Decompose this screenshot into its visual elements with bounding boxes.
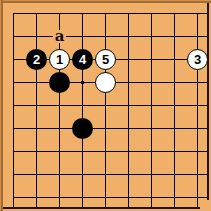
grid-line-vertical (82, 13, 83, 208)
grid-line-horizontal (13, 128, 208, 129)
board-frame-left (0, 0, 3, 211)
grid-line-horizontal (13, 174, 208, 175)
grid-line-vertical (36, 13, 37, 208)
black-stone[interactable] (72, 118, 93, 139)
grid-line-horizontal (13, 105, 208, 106)
hoshi-point (81, 81, 84, 84)
white-stone[interactable]: 5 (95, 49, 116, 70)
white-stone[interactable]: 1 (49, 49, 70, 70)
white-stone[interactable] (95, 72, 116, 93)
grid-line-horizontal (13, 13, 208, 14)
grid-line-horizontal (13, 151, 208, 152)
cut-edge-shadow-bottom (3, 207, 200, 209)
grid-line-vertical (174, 13, 175, 208)
move-number-label: 3 (194, 52, 201, 67)
white-stone[interactable]: 3 (187, 49, 208, 70)
go-board-diagram: a21453 (0, 0, 211, 211)
black-stone[interactable] (49, 72, 70, 93)
move-number-label: 1 (56, 52, 63, 67)
grid-line-vertical (105, 13, 106, 208)
move-number-label: 4 (79, 52, 86, 67)
grid-line-horizontal (13, 197, 208, 198)
move-number-label: 2 (33, 52, 40, 67)
cut-edge-shadow-right (207, 3, 209, 200)
grid-line-vertical (197, 13, 198, 208)
grid-line-vertical (151, 13, 152, 208)
black-stone[interactable]: 2 (26, 49, 47, 70)
point-label-a[interactable]: a (53, 30, 66, 43)
board-frame-top (0, 0, 211, 3)
grid-line-vertical (128, 13, 129, 208)
grid-line-horizontal (13, 36, 208, 37)
move-number-label: 5 (102, 52, 109, 67)
grid-line-vertical (13, 13, 14, 208)
black-stone[interactable]: 4 (72, 49, 93, 70)
